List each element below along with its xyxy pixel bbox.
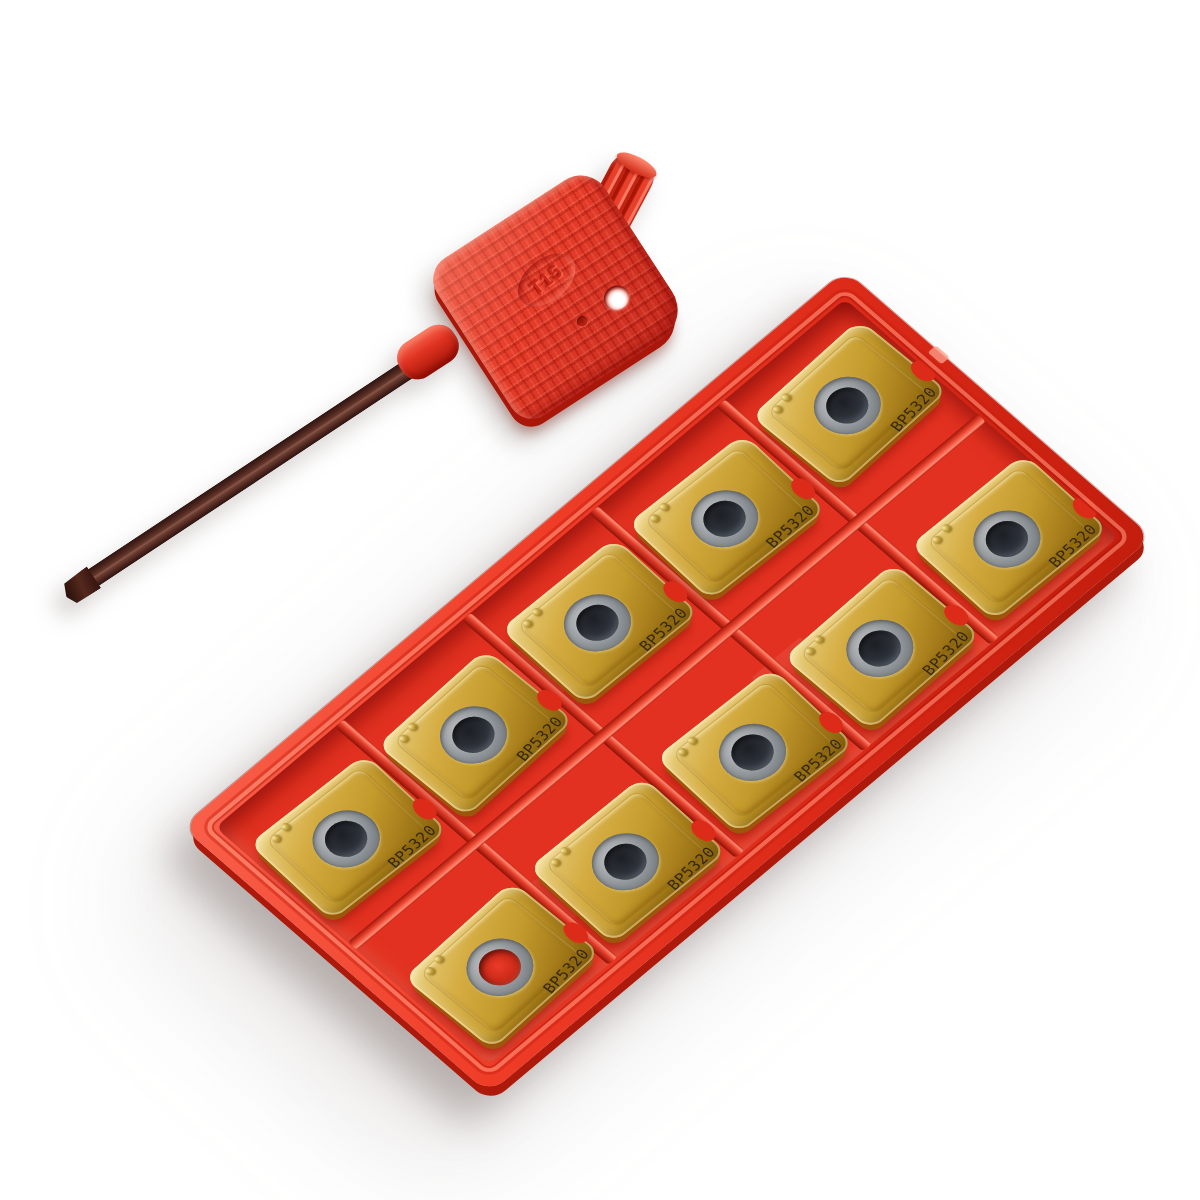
dimple	[575, 314, 590, 328]
t15-logo-text: T15	[526, 261, 568, 301]
boss-cap	[614, 148, 660, 183]
torx-wrench: T15	[0, 0, 1200, 1200]
wrench-handle: T15	[423, 164, 690, 428]
hang-hole	[599, 281, 634, 315]
product-photo: BP5320 BP5320 BP5320 BP5320	[0, 0, 1200, 1200]
wrench-shaft	[65, 347, 435, 601]
logo-oval: T15	[508, 243, 586, 317]
torx-tip	[59, 566, 102, 606]
